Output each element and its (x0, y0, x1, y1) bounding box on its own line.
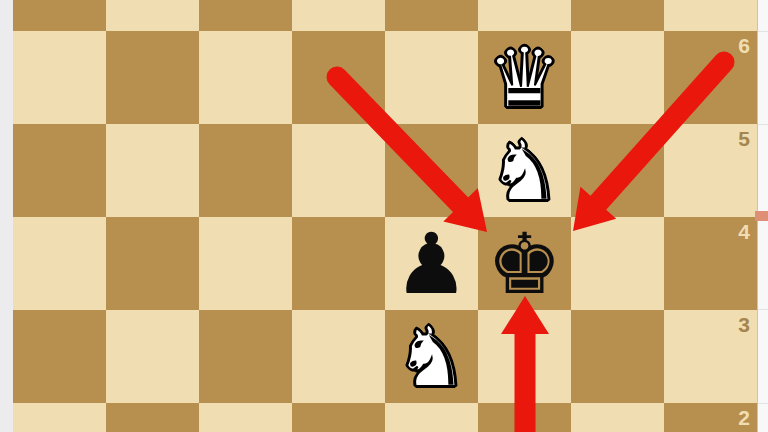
rank-label-4: 4 (738, 220, 750, 243)
square-h2[interactable]: 2 (664, 403, 757, 432)
square-e6[interactable] (385, 31, 478, 124)
black-king-f4[interactable]: ♚ (478, 217, 571, 310)
square-a5[interactable] (13, 124, 106, 217)
panel-divider-line (758, 124, 768, 125)
square-g7[interactable] (571, 0, 664, 31)
black-pawn-e4[interactable]: ♟ (385, 217, 478, 310)
square-g6[interactable] (571, 31, 664, 124)
scroll-marker (755, 211, 768, 221)
square-d5[interactable] (292, 124, 385, 217)
square-d2[interactable] (292, 403, 385, 432)
square-a7[interactable] (13, 0, 106, 31)
square-h6[interactable]: 6 (664, 31, 757, 124)
square-g4[interactable] (571, 217, 664, 310)
square-h7[interactable] (664, 0, 757, 31)
square-d3[interactable] (292, 310, 385, 403)
square-f7[interactable] (478, 0, 571, 31)
rank-label-6: 6 (738, 34, 750, 57)
square-b5[interactable] (106, 124, 199, 217)
square-a2[interactable] (13, 403, 106, 432)
square-h4[interactable]: 4 (664, 217, 757, 310)
white-knight-f5[interactable]: ♞ (478, 124, 571, 217)
white-queen-f6[interactable]: ♛ (478, 31, 571, 124)
square-e5[interactable] (385, 124, 478, 217)
square-f5[interactable]: ♞ (478, 124, 571, 217)
square-g2[interactable] (571, 403, 664, 432)
square-h3[interactable]: 3 (664, 310, 757, 403)
square-b6[interactable] (106, 31, 199, 124)
square-b4[interactable] (106, 217, 199, 310)
square-b2[interactable] (106, 403, 199, 432)
square-f2[interactable] (478, 403, 571, 432)
square-d7[interactable] (292, 0, 385, 31)
right-side-panel-sliver (757, 0, 768, 432)
rank-label-2: 2 (738, 406, 750, 429)
screenshot-stage: ♛6♞5♟♚4♞32 (0, 0, 768, 432)
white-knight-e3[interactable]: ♞ (385, 310, 478, 403)
panel-divider-line (758, 31, 768, 32)
square-c6[interactable] (199, 31, 292, 124)
square-a6[interactable] (13, 31, 106, 124)
square-g5[interactable] (571, 124, 664, 217)
square-d6[interactable] (292, 31, 385, 124)
square-f3[interactable] (478, 310, 571, 403)
rank-label-5: 5 (738, 127, 750, 150)
square-d4[interactable] (292, 217, 385, 310)
square-a4[interactable] (13, 217, 106, 310)
square-c7[interactable] (199, 0, 292, 31)
panel-divider-line (758, 309, 768, 310)
square-c2[interactable] (199, 403, 292, 432)
square-h5[interactable]: 5 (664, 124, 757, 217)
square-c5[interactable] (199, 124, 292, 217)
square-e2[interactable] (385, 403, 478, 432)
panel-divider-line (758, 403, 768, 404)
square-e7[interactable] (385, 0, 478, 31)
square-c3[interactable] (199, 310, 292, 403)
square-e3[interactable]: ♞ (385, 310, 478, 403)
square-b7[interactable] (106, 0, 199, 31)
square-a3[interactable] (13, 310, 106, 403)
square-e4[interactable]: ♟ (385, 217, 478, 310)
square-b3[interactable] (106, 310, 199, 403)
chess-board[interactable]: ♛6♞5♟♚4♞32 (13, 0, 757, 432)
rank-label-3: 3 (738, 313, 750, 336)
square-g3[interactable] (571, 310, 664, 403)
square-f4[interactable]: ♚ (478, 217, 571, 310)
square-c4[interactable] (199, 217, 292, 310)
left-page-gutter (0, 0, 13, 432)
square-f6[interactable]: ♛ (478, 31, 571, 124)
